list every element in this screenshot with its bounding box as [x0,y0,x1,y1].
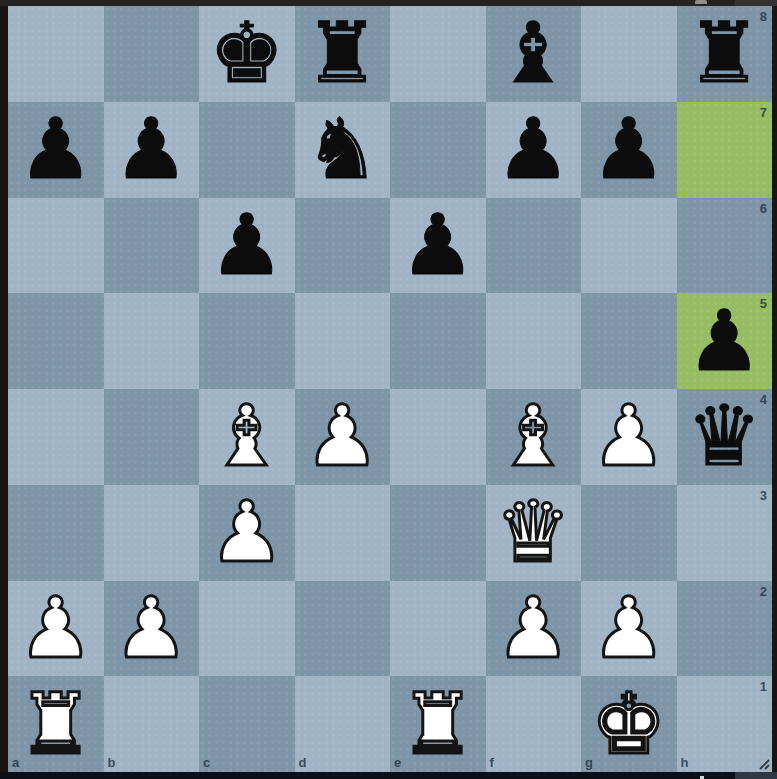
piece-white-pawn[interactable]: ♟ [305,389,380,484]
taskbar-clock[interactable]: 21:40 [735,772,777,779]
square-h8[interactable]: 8♜ [677,6,773,102]
square-b4[interactable] [104,389,200,485]
square-d4[interactable]: ♟ [295,389,391,485]
file-label-d: d [299,755,307,770]
square-e3[interactable] [390,485,486,581]
rank-label-5: 5 [760,296,767,311]
square-g8[interactable] [581,6,677,102]
square-a6[interactable] [8,198,104,294]
piece-white-pawn[interactable]: ♟ [496,581,571,676]
square-h5[interactable]: 5♟ [677,293,773,389]
square-c7[interactable] [199,102,295,198]
piece-black-pawn[interactable]: ♟ [209,198,284,293]
square-f3[interactable]: ♛ [486,485,582,581]
square-b2[interactable]: ♟ [104,581,200,677]
piece-white-rook[interactable]: ♜ [400,677,475,772]
square-e1[interactable]: e♜ [390,676,486,772]
square-g1[interactable]: g♚ [581,676,677,772]
square-h1[interactable]: 1h [677,676,773,772]
piece-black-pawn[interactable]: ♟ [496,102,571,197]
square-f1[interactable]: f [486,676,582,772]
square-f4[interactable]: ♝ [486,389,582,485]
square-a2[interactable]: ♟ [8,581,104,677]
chess-board[interactable]: ♚♜♝8♜♟♟♞♟♟7♟♟65♟♝♟♝♟4♛♟♛3♟♟♟♟2a♜bcde♜fg♚… [8,6,772,772]
square-f8[interactable]: ♝ [486,6,582,102]
square-e5[interactable] [390,293,486,389]
piece-white-pawn[interactable]: ♟ [591,581,666,676]
square-b8[interactable] [104,6,200,102]
square-d5[interactable] [295,293,391,389]
file-label-c: c [203,755,210,770]
square-a3[interactable] [8,485,104,581]
square-c8[interactable]: ♚ [199,6,295,102]
piece-white-bishop[interactable]: ♝ [209,389,284,484]
piece-white-pawn[interactable]: ♟ [18,581,93,676]
square-h4[interactable]: 4♛ [677,389,773,485]
square-g3[interactable] [581,485,677,581]
square-d7[interactable]: ♞ [295,102,391,198]
piece-black-rook[interactable]: ♜ [305,6,380,101]
piece-black-king[interactable]: ♚ [209,6,284,101]
square-b1[interactable]: b [104,676,200,772]
file-label-e: e [394,755,401,770]
piece-white-pawn[interactable]: ♟ [114,581,189,676]
top-tab-fragment [695,0,707,4]
square-c1[interactable]: c [199,676,295,772]
taskbar: 21:40 [0,772,777,779]
piece-white-pawn[interactable]: ♟ [591,389,666,484]
square-b3[interactable] [104,485,200,581]
file-label-g: g [585,755,593,770]
square-a5[interactable] [8,293,104,389]
square-a4[interactable] [8,389,104,485]
piece-white-king[interactable]: ♚ [591,677,666,772]
square-c3[interactable]: ♟ [199,485,295,581]
square-a7[interactable]: ♟ [8,102,104,198]
square-c2[interactable] [199,581,295,677]
rank-label-3: 3 [760,488,767,503]
file-label-f: f [490,755,494,770]
square-f2[interactable]: ♟ [486,581,582,677]
square-f7[interactable]: ♟ [486,102,582,198]
square-b6[interactable] [104,198,200,294]
square-d2[interactable] [295,581,391,677]
rank-label-6: 6 [760,201,767,216]
square-h3[interactable]: 3 [677,485,773,581]
square-d6[interactable] [295,198,391,294]
square-d3[interactable] [295,485,391,581]
rank-label-7: 7 [760,105,767,120]
piece-white-rook[interactable]: ♜ [18,677,93,772]
square-g6[interactable] [581,198,677,294]
square-d8[interactable]: ♜ [295,6,391,102]
piece-white-queen[interactable]: ♛ [496,485,571,580]
rank-label-1: 1 [760,679,767,694]
rank-label-8: 8 [760,9,767,24]
piece-black-knight[interactable]: ♞ [305,102,380,197]
square-a8[interactable] [8,6,104,102]
piece-black-pawn[interactable]: ♟ [18,102,93,197]
piece-black-pawn[interactable]: ♟ [687,294,762,389]
square-a1[interactable]: a♜ [8,676,104,772]
piece-white-pawn[interactable]: ♟ [209,485,284,580]
app-window: ♚♜♝8♜♟♟♞♟♟7♟♟65♟♝♟♝♟4♛♟♛3♟♟♟♟2a♜bcde♜fg♚… [0,0,777,779]
piece-black-rook[interactable]: ♜ [687,6,762,101]
piece-white-bishop[interactable]: ♝ [496,389,571,484]
square-e8[interactable] [390,6,486,102]
rank-label-2: 2 [760,584,767,599]
square-c5[interactable] [199,293,295,389]
square-d1[interactable]: d [295,676,391,772]
piece-black-pawn[interactable]: ♟ [400,198,475,293]
square-g4[interactable]: ♟ [581,389,677,485]
piece-black-pawn[interactable]: ♟ [591,102,666,197]
piece-black-queen[interactable]: ♛ [687,389,762,484]
square-c4[interactable]: ♝ [199,389,295,485]
square-f5[interactable] [486,293,582,389]
square-h6[interactable]: 6 [677,198,773,294]
square-h2[interactable]: 2 [677,581,773,677]
file-label-a: a [12,755,19,770]
square-g2[interactable]: ♟ [581,581,677,677]
square-e4[interactable] [390,389,486,485]
square-g5[interactable] [581,293,677,389]
resize-handle-icon[interactable] [756,756,770,770]
piece-black-pawn[interactable]: ♟ [114,102,189,197]
square-b7[interactable]: ♟ [104,102,200,198]
file-label-b: b [108,755,116,770]
square-e2[interactable] [390,581,486,677]
square-b5[interactable] [104,293,200,389]
rank-label-4: 4 [760,392,767,407]
file-label-h: h [681,755,689,770]
square-h7[interactable]: 7 [677,102,773,198]
square-g7[interactable]: ♟ [581,102,677,198]
piece-black-bishop[interactable]: ♝ [496,6,571,101]
square-e6[interactable]: ♟ [390,198,486,294]
square-e7[interactable] [390,102,486,198]
square-f6[interactable] [486,198,582,294]
square-c6[interactable]: ♟ [199,198,295,294]
